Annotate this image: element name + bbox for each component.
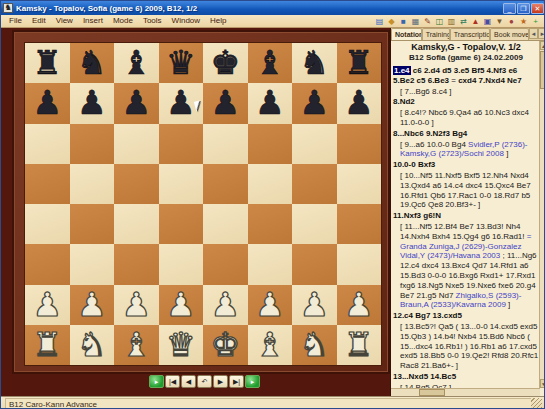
square-a6[interactable] xyxy=(25,124,70,164)
white-pawn: ♟ xyxy=(210,286,240,324)
square-a5[interactable] xyxy=(25,164,70,204)
black-bishop: ♝ xyxy=(121,44,151,82)
new-game-icon[interactable]: ▤ xyxy=(374,16,385,27)
variation-moves[interactable]: [ 11...Nf5 12.Bf4 Be7 13.Bd3! Nh4 14.Nxh… xyxy=(393,222,540,310)
resize-grip[interactable] xyxy=(531,398,542,409)
chess-board[interactable]: ♜♞♝♛♚♝♞♜♟♟♟♟♟♟♟♟♟♟♟♟♟♟♟♟♜♞♝♛♚♝♞♜ xyxy=(24,42,382,366)
square-c5[interactable] xyxy=(114,164,159,204)
square-g7[interactable]: ♟ xyxy=(292,83,337,123)
square-e2[interactable]: ♟ xyxy=(203,285,248,325)
white-knight: ♞ xyxy=(77,326,107,364)
square-h5[interactable] xyxy=(337,164,382,204)
black-king: ♚ xyxy=(210,44,240,82)
square-g4[interactable] xyxy=(292,204,337,244)
cut-icon[interactable]: ✎ xyxy=(422,16,433,27)
database-icon[interactable]: ▣ xyxy=(482,16,493,27)
square-c6[interactable] xyxy=(114,124,159,164)
square-g6[interactable] xyxy=(292,124,337,164)
menu-edit[interactable]: Edit xyxy=(27,15,51,27)
white-pawn: ♟ xyxy=(344,286,374,324)
square-e1[interactable]: ♚ xyxy=(203,325,248,365)
white-pawn: ♟ xyxy=(32,286,62,324)
black-pawn: ♟ xyxy=(210,84,240,122)
square-h8[interactable]: ♜ xyxy=(337,43,382,83)
title-bar: ♞ Kamsky - Topalov, Sofia (game 6) 2009,… xyxy=(1,1,545,15)
menu-window[interactable]: Window xyxy=(167,15,205,27)
mainline-moves[interactable]: 8...Nbc6 9.N2f3 Bg4 xyxy=(393,129,540,139)
tab-book-moves[interactable]: Book moves xyxy=(490,28,529,40)
horizontal-scroll-thumb[interactable] xyxy=(419,389,445,396)
square-h7[interactable]: ♟ xyxy=(337,83,382,123)
tab-scroll-right-icon[interactable]: ► xyxy=(538,28,545,39)
square-d3[interactable] xyxy=(159,244,204,284)
square-d4[interactable] xyxy=(159,204,204,244)
square-a2[interactable]: ♟ xyxy=(25,285,70,325)
event-date: B12 Sofia (game 6) 24.02.2009 xyxy=(393,53,539,63)
white-rook: ♜ xyxy=(32,326,62,364)
square-g5[interactable] xyxy=(292,164,337,204)
square-h1[interactable]: ♜ xyxy=(337,325,382,365)
copy-icon[interactable]: ◫ xyxy=(434,16,445,27)
engine-go-button[interactable]: ▸ xyxy=(149,375,164,388)
white-king: ♚ xyxy=(210,326,240,364)
square-c4[interactable] xyxy=(114,204,159,244)
variation-moves[interactable]: [ 10...Nf5 11.Nxf5 Bxf5 12.Nh4 Nxd4 13.Q… xyxy=(393,171,540,210)
black-rook: ♜ xyxy=(344,44,374,82)
square-d2[interactable]: ♟ xyxy=(159,285,204,325)
paste-icon[interactable]: ▥ xyxy=(446,16,457,27)
mainline-moves[interactable]: 1.e4 c6 2.d4 d5 3.e5 Bf5 4.Nf3 e6 5.Be2 … xyxy=(393,66,540,86)
tab-transcription[interactable]: Transcription xyxy=(450,28,490,40)
square-e3[interactable] xyxy=(203,244,248,284)
levels-icon[interactable]: ● xyxy=(506,16,517,27)
maximize-button[interactable]: ❐ xyxy=(517,3,530,14)
black-pawn: ♟ xyxy=(121,84,151,122)
last-move-button[interactable]: ▶| xyxy=(229,375,244,388)
square-c2[interactable]: ♟ xyxy=(114,285,159,325)
square-e6[interactable] xyxy=(203,124,248,164)
black-knight: ♞ xyxy=(299,44,329,82)
white-pawn: ♟ xyxy=(255,286,285,324)
square-f2[interactable]: ♟ xyxy=(248,285,293,325)
square-h6[interactable] xyxy=(337,124,382,164)
variation-moves[interactable]: [ 9...a6 10.0-0 Bg4 Svidler,P (2736)-Kam… xyxy=(393,140,540,160)
square-g2[interactable]: ♟ xyxy=(292,285,337,325)
black-pawn: ♟ xyxy=(77,84,107,122)
square-c7[interactable]: ♟ xyxy=(114,83,159,123)
square-e5[interactable] xyxy=(203,164,248,204)
add-icon[interactable]: + xyxy=(530,16,541,27)
square-h3[interactable] xyxy=(337,244,382,284)
square-d8[interactable]: ♛ xyxy=(159,43,204,83)
square-b4[interactable] xyxy=(70,204,115,244)
white-rook: ♜ xyxy=(344,326,374,364)
square-a1[interactable]: ♜ xyxy=(25,325,70,365)
mainline-moves[interactable]: 12.c4 Bg7 13.cxd5 xyxy=(393,311,540,321)
current-move[interactable]: 1.e4 xyxy=(393,66,411,75)
black-pawn: ♟ xyxy=(255,84,285,122)
chess-board-frame: ♜♞♝♛♚♝♞♜♟♟♟♟♟♟♟♟♟♟♟♟♟♟♟♟♜♞♝♛♚♝♞♜ xyxy=(12,30,390,374)
takeback-button[interactable]: ↶ xyxy=(197,375,212,388)
white-pawn: ♟ xyxy=(299,286,329,324)
tab-notation[interactable]: Notation xyxy=(391,28,422,40)
save-icon[interactable]: ■ xyxy=(398,16,409,27)
menu-help[interactable]: Help xyxy=(205,15,231,27)
white-bishop: ♝ xyxy=(121,326,151,364)
menu-file[interactable]: File xyxy=(4,15,27,27)
square-f8[interactable]: ♝ xyxy=(248,43,293,83)
square-e8[interactable]: ♚ xyxy=(203,43,248,83)
white-queen: ♛ xyxy=(166,326,196,364)
mainline-moves[interactable]: 10.0-0 Bxf3 xyxy=(393,160,540,170)
help-icon[interactable]: ★ xyxy=(518,16,529,27)
black-pawn: ♟ xyxy=(166,84,196,122)
square-f3[interactable] xyxy=(248,244,293,284)
square-b6[interactable] xyxy=(70,124,115,164)
move-list[interactable]: 1.e4 c6 2.d4 d5 3.e5 Bf5 4.Nf3 e6 5.Be2 … xyxy=(393,66,540,388)
square-c3[interactable] xyxy=(114,244,159,284)
tab-training[interactable]: Training xyxy=(422,28,450,40)
square-h2[interactable]: ♟ xyxy=(337,285,382,325)
square-g3[interactable] xyxy=(292,244,337,284)
window-title: Kamsky - Topalov, Sofia (game 6) 2009, B… xyxy=(16,4,503,13)
menu-bar: FileEditViewInsertModeToolsWindowHelp ▤◆… xyxy=(1,15,545,28)
panel-tab-strip: NotationTrainingTranscriptionBook moves◄… xyxy=(391,28,545,41)
white-bishop: ♝ xyxy=(255,326,285,364)
chess-app-window: ♞ Kamsky - Topalov, Sofia (game 6) 2009,… xyxy=(0,0,545,409)
square-e7[interactable]: ♟ xyxy=(203,83,248,123)
square-f6[interactable] xyxy=(248,124,293,164)
black-knight: ♞ xyxy=(77,44,107,82)
white-pawn: ♟ xyxy=(77,286,107,324)
open-icon[interactable]: ◆ xyxy=(386,16,397,27)
horizontal-scrollbar[interactable] xyxy=(391,388,540,396)
black-queen: ♛ xyxy=(166,44,196,82)
menu-tools[interactable]: Tools xyxy=(138,15,167,27)
square-d6[interactable] xyxy=(159,124,204,164)
square-c8[interactable]: ♝ xyxy=(114,43,159,83)
forward-button[interactable]: ▶ xyxy=(213,375,228,388)
square-f1[interactable]: ♝ xyxy=(248,325,293,365)
square-g8[interactable]: ♞ xyxy=(292,43,337,83)
square-a8[interactable]: ♜ xyxy=(25,43,70,83)
close-button[interactable]: ✕ xyxy=(531,3,544,14)
variation-moves[interactable]: [ 13.Bc5?! Qa5 ( 13...0-0 14.cxd5 exd5 1… xyxy=(393,322,540,371)
notation-icon[interactable]: ▼ xyxy=(494,16,505,27)
black-pawn: ♟ xyxy=(299,84,329,122)
board-navigation-bar: ▸|◀◀↶▶▶|▸ xyxy=(149,375,260,388)
first-move-button[interactable]: |◀ xyxy=(165,375,180,388)
minimize-button[interactable]: _ xyxy=(503,3,516,14)
scroll-down-icon[interactable]: ▼ xyxy=(540,379,545,388)
scroll-up-icon[interactable]: ▲ xyxy=(540,41,545,50)
engine-move-button[interactable]: ▸ xyxy=(245,375,260,388)
square-a4[interactable] xyxy=(25,204,70,244)
vertical-scroll-thumb[interactable] xyxy=(540,51,545,89)
square-g1[interactable]: ♞ xyxy=(292,325,337,365)
square-d1[interactable]: ♛ xyxy=(159,325,204,365)
square-f4[interactable] xyxy=(248,204,293,244)
game-header: Kamsky,G - Topalov,V. 1/2 B12 Sofia (gam… xyxy=(393,42,539,63)
tab-scroll-left-icon[interactable]: ◄ xyxy=(529,28,538,39)
square-e4[interactable] xyxy=(203,204,248,244)
engine-icon[interactable]: ▲ xyxy=(470,16,481,27)
black-pawn: ♟ xyxy=(344,84,374,122)
menu-view[interactable]: View xyxy=(51,15,78,27)
square-a3[interactable] xyxy=(25,244,70,284)
square-c1[interactable]: ♝ xyxy=(114,325,159,365)
white-pawn: ♟ xyxy=(166,286,196,324)
square-b1[interactable]: ♞ xyxy=(70,325,115,365)
mainline-moves[interactable]: 11.Nxf3 g6!N xyxy=(393,211,540,221)
mainline-moves[interactable]: 8.Nd2 xyxy=(393,97,540,107)
square-a7[interactable]: ♟ xyxy=(25,83,70,123)
square-b2[interactable]: ♟ xyxy=(70,285,115,325)
square-b7[interactable]: ♟ xyxy=(70,83,115,123)
black-pawn: ♟ xyxy=(32,84,62,122)
flip-board-icon[interactable]: ⇄ xyxy=(458,16,469,27)
black-bishop: ♝ xyxy=(255,44,285,82)
white-knight: ♞ xyxy=(299,326,329,364)
white-pawn: ♟ xyxy=(121,286,151,324)
vertical-scrollbar[interactable]: ▲ ▼ xyxy=(539,41,545,388)
variation-moves[interactable]: [ 7...Bg6 8.c4 ] xyxy=(393,87,540,97)
menu-insert[interactable]: Insert xyxy=(78,15,108,27)
menu-mode[interactable]: Mode xyxy=(108,15,138,27)
variation-moves[interactable]: [ 8.c4!? Nbc6 9.Qa4 a6 10.Nc3 dxc4 11.0-… xyxy=(393,108,540,128)
black-rook: ♜ xyxy=(32,44,62,82)
square-h4[interactable] xyxy=(337,204,382,244)
square-d5[interactable] xyxy=(159,164,204,204)
print-icon[interactable]: ▦ xyxy=(410,16,421,27)
app-icon: ♞ xyxy=(3,3,13,13)
mainline-moves[interactable]: 13...Nxd5 14.Bc5 xyxy=(393,372,540,382)
players-result: Kamsky,G - Topalov,V. 1/2 xyxy=(393,42,539,53)
status-text: B12 Caro-Kann Advance xyxy=(5,398,531,409)
square-f7[interactable]: ♟ xyxy=(248,83,293,123)
square-b5[interactable] xyxy=(70,164,115,204)
back-button[interactable]: ◀ xyxy=(181,375,196,388)
status-bar: B12 Caro-Kann Advance xyxy=(1,396,545,409)
square-b8[interactable]: ♞ xyxy=(70,43,115,83)
notation-panel: NotationTrainingTranscriptionBook moves◄… xyxy=(390,28,545,396)
square-b3[interactable] xyxy=(70,244,115,284)
square-f5[interactable] xyxy=(248,164,293,204)
